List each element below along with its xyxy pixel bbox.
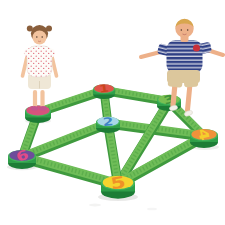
balance-toy-scene: 132465 [0, 0, 225, 225]
girl-face [33, 31, 47, 45]
stone-2: 2 [96, 115, 120, 133]
boy-eye [181, 29, 183, 31]
stone-number-5: 5 [109, 173, 127, 193]
girl-shoe [39, 106, 47, 111]
product-photo: 132465 [0, 0, 225, 225]
boy-eye [187, 29, 189, 31]
stone-number-2: 2 [102, 115, 114, 129]
shadow [147, 208, 157, 211]
girl-arm [23, 57, 28, 76]
boy-shirt-patch [193, 45, 200, 52]
stone-1: 1 [93, 82, 115, 99]
girl-sleeve [46, 48, 55, 57]
girl-sleeve [24, 48, 33, 57]
stone-number-1: 1 [98, 82, 109, 95]
boy-shorts-leg [184, 78, 199, 88]
girl-arm [52, 57, 57, 76]
boy-leg [188, 84, 191, 110]
boy-leg [173, 84, 175, 105]
boy-shorts-leg [168, 77, 183, 87]
girl-shoe [31, 106, 39, 111]
toddler-girl [23, 25, 57, 111]
girl-eye [36, 36, 38, 38]
shadow [89, 204, 101, 207]
girl-eye [41, 36, 43, 38]
